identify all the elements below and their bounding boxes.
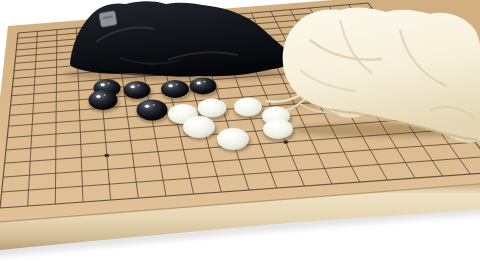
photo-stage <box>0 0 480 261</box>
stone-highlight <box>138 85 140 87</box>
stone-body <box>124 81 151 99</box>
stone-body <box>190 78 217 95</box>
stone-highlight <box>100 83 104 86</box>
stone-highlight <box>96 95 100 98</box>
go-board-photo <box>0 0 480 261</box>
stone-highlight <box>104 94 106 96</box>
stone-bag-tag <box>99 11 117 28</box>
stone-body <box>183 116 215 138</box>
stone-highlight <box>204 81 206 83</box>
stone-highlight <box>196 82 200 85</box>
stone-highlight <box>145 105 149 108</box>
stone-body <box>234 98 262 117</box>
stone-highlight <box>176 84 178 86</box>
star-point <box>104 154 109 158</box>
stone-highlight <box>222 131 235 138</box>
stone-highlight <box>239 100 251 106</box>
stone-highlight <box>268 122 281 128</box>
stone-highlight <box>168 84 172 87</box>
stone-body <box>89 90 118 110</box>
stone-highlight <box>130 85 134 88</box>
stone-highlight <box>188 119 201 126</box>
stone-highlight <box>267 109 279 115</box>
stone-body <box>137 100 168 121</box>
stone-body <box>198 99 227 118</box>
stone-highlight <box>202 101 214 107</box>
stone-highlight <box>173 107 186 113</box>
stone-body <box>263 119 293 139</box>
stone-body <box>217 128 249 150</box>
stone-body <box>161 80 189 98</box>
stone-highlight <box>108 83 110 85</box>
stone-highlight <box>153 104 155 106</box>
